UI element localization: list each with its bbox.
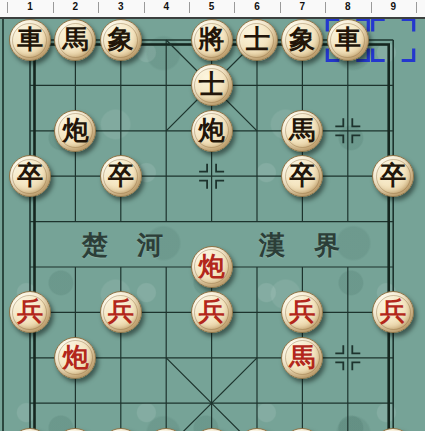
- piece-red-pawn[interactable]: 兵: [191, 291, 233, 333]
- board-point: 卒: [98, 153, 143, 198]
- ruler-tick: [7, 2, 8, 13]
- board-point: 炮: [189, 108, 234, 153]
- piece-black-elephant[interactable]: 象: [281, 19, 323, 61]
- piece-glyph: 炮: [62, 117, 88, 143]
- column-label-3: 3: [118, 1, 124, 13]
- ruler-tick: [53, 2, 54, 13]
- board-point: 兵: [370, 290, 415, 335]
- piece-black-general[interactable]: 將: [191, 19, 233, 61]
- piece-glyph: 兵: [108, 298, 134, 324]
- xiangqi-app: 123456789 楚 河 漢 界 車馬象將士象車士炮炮馬卒卒卒卒炮兵兵兵兵兵炮…: [0, 0, 425, 431]
- piece-black-horse[interactable]: 馬: [54, 19, 96, 61]
- board-point: 兵: [280, 290, 325, 335]
- piece-glyph: 炮: [199, 253, 225, 279]
- piece-black-pawn[interactable]: 卒: [372, 155, 414, 197]
- column-label-2: 2: [73, 1, 79, 13]
- board-point: 將: [189, 19, 234, 63]
- ruler-tick: [144, 2, 145, 13]
- piece-red-pawn[interactable]: 兵: [281, 291, 323, 333]
- piece-glyph: 炮: [199, 117, 225, 143]
- board-point: 炮: [53, 335, 98, 380]
- piece-red-pawn[interactable]: 兵: [100, 291, 142, 333]
- board-point: 士: [234, 19, 279, 63]
- piece-black-cannon[interactable]: 炮: [54, 110, 96, 152]
- board-point: 兵: [98, 290, 143, 335]
- board-point: 仕: [234, 426, 279, 431]
- piece-black-pawn[interactable]: 卒: [9, 155, 51, 197]
- piece-glyph: 車: [335, 26, 361, 52]
- piece-red-chariot[interactable]: 車: [9, 428, 51, 431]
- board-point: 卒: [370, 153, 415, 198]
- piece-black-pawn[interactable]: 卒: [100, 155, 142, 197]
- ruler-tick: [234, 2, 235, 13]
- board-point: 車: [325, 19, 370, 63]
- piece-black-advisor[interactable]: 士: [191, 64, 233, 106]
- ruler-tick: [325, 2, 326, 13]
- board-point: 兵: [7, 290, 52, 335]
- piece-red-advisor[interactable]: 仕: [145, 428, 187, 431]
- piece-glyph: 將: [199, 26, 225, 52]
- piece-glyph: 馬: [62, 26, 88, 52]
- piece-glyph: 士: [199, 71, 225, 97]
- ruler-tick: [416, 2, 417, 13]
- piece-black-pawn[interactable]: 卒: [281, 155, 323, 197]
- board-point: 炮: [53, 108, 98, 153]
- piece-glyph: 卒: [289, 162, 315, 188]
- column-label-9: 9: [390, 1, 396, 13]
- board-point: 象: [280, 19, 325, 63]
- column-label-8: 8: [345, 1, 351, 13]
- board-point: 炮: [189, 244, 234, 289]
- board-point: 帥: [189, 426, 234, 431]
- piece-glyph: 士: [244, 26, 270, 52]
- board-point: 士: [189, 63, 234, 108]
- piece-red-cannon[interactable]: 炮: [54, 337, 96, 379]
- piece-red-pawn[interactable]: 兵: [9, 291, 51, 333]
- piece-grid: 車馬象將士象車士炮炮馬卒卒卒卒炮兵兵兵兵兵炮馬車馬相仕帥仕相車: [7, 19, 416, 431]
- piece-black-elephant[interactable]: 象: [100, 19, 142, 61]
- piece-red-advisor[interactable]: 仕: [236, 428, 278, 431]
- piece-glyph: 兵: [380, 298, 406, 324]
- piece-black-advisor[interactable]: 士: [236, 19, 278, 61]
- board-point: 馬: [280, 108, 325, 153]
- piece-black-horse[interactable]: 馬: [281, 110, 323, 152]
- column-label-5: 5: [209, 1, 215, 13]
- column-label-4: 4: [163, 1, 169, 13]
- piece-red-cannon[interactable]: 炮: [191, 246, 233, 288]
- piece-red-elephant[interactable]: 相: [100, 428, 142, 431]
- board-point: 相: [280, 426, 325, 431]
- board-point: 車: [7, 426, 52, 431]
- board-point: 卒: [280, 153, 325, 198]
- piece-glyph: 車: [17, 26, 43, 52]
- piece-red-elephant[interactable]: 相: [281, 428, 323, 431]
- piece-glyph: 兵: [289, 298, 315, 324]
- piece-glyph: 兵: [17, 298, 43, 324]
- board-point: 馬: [280, 335, 325, 380]
- xiangqi-board[interactable]: 楚 河 漢 界 車馬象將士象車士炮炮馬卒卒卒卒炮兵兵兵兵兵炮馬車馬相仕帥仕相車: [0, 19, 425, 431]
- piece-glyph: 卒: [108, 162, 134, 188]
- piece-red-general[interactable]: 帥: [191, 428, 233, 431]
- ruler-tick: [98, 2, 99, 13]
- piece-red-horse[interactable]: 馬: [281, 337, 323, 379]
- board-point: 馬: [53, 19, 98, 63]
- board-point: 卒: [7, 153, 52, 198]
- board-point: 車: [7, 19, 52, 63]
- piece-glyph: 象: [289, 26, 315, 52]
- piece-glyph: 馬: [289, 344, 315, 370]
- piece-glyph: 象: [108, 26, 134, 52]
- board-point: 車: [370, 426, 415, 431]
- board-point: 仕: [143, 426, 188, 431]
- piece-glyph: 兵: [199, 298, 225, 324]
- piece-glyph: 馬: [289, 117, 315, 143]
- piece-glyph: 炮: [62, 344, 88, 370]
- ruler-tick: [189, 2, 190, 13]
- piece-glyph: 卒: [380, 162, 406, 188]
- board-point: 相: [98, 426, 143, 431]
- ruler-tick: [280, 2, 281, 13]
- column-label-7: 7: [300, 1, 306, 13]
- piece-glyph: 卒: [17, 162, 43, 188]
- board-point: 馬: [53, 426, 98, 431]
- piece-black-cannon[interactable]: 炮: [191, 110, 233, 152]
- piece-red-pawn[interactable]: 兵: [372, 291, 414, 333]
- piece-red-chariot[interactable]: 車: [372, 428, 414, 431]
- board-point: 象: [98, 19, 143, 63]
- ruler-tick: [371, 2, 372, 13]
- column-ruler: 123456789: [0, 0, 425, 19]
- piece-black-chariot[interactable]: 車: [327, 19, 369, 61]
- board-point: 兵: [189, 290, 234, 335]
- column-label-6: 6: [254, 1, 260, 13]
- piece-black-chariot[interactable]: 車: [9, 19, 51, 61]
- piece-red-horse[interactable]: 馬: [54, 428, 96, 431]
- column-label-1: 1: [27, 1, 33, 13]
